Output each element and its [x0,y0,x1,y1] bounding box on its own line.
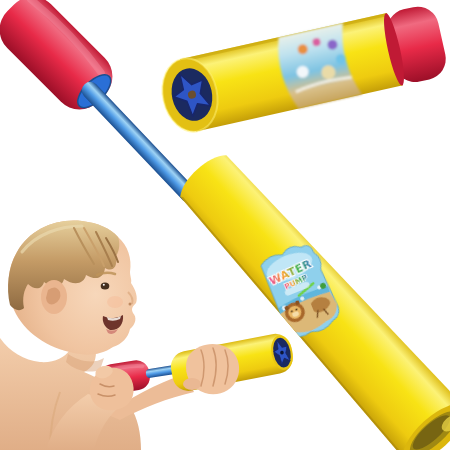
scene: WATER PUMP [0,0,450,450]
toddler [0,221,194,450]
thumb [183,378,201,390]
cheek-blush [107,296,123,308]
top-blaster [156,3,450,137]
nostril [129,303,132,306]
product-photo: WATER PUMP [0,0,450,450]
toddler-eye [101,283,110,290]
eye-glint [103,284,105,286]
